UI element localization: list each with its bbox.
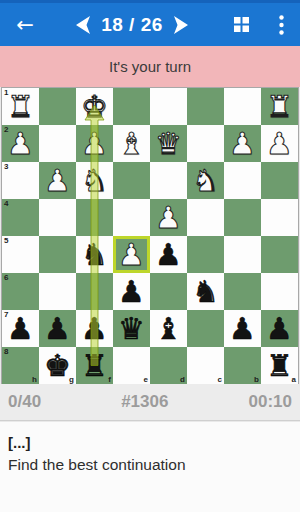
caption-area: [...] Find the best continuation bbox=[0, 422, 300, 512]
piece-black-queen: ♛ bbox=[118, 310, 145, 347]
square-b7[interactable]: ♟ bbox=[224, 310, 261, 347]
square-g2[interactable] bbox=[39, 125, 76, 162]
square-f6[interactable] bbox=[76, 273, 113, 310]
square-h1[interactable]: ♜1 bbox=[2, 88, 39, 125]
turn-banner: It's your turn bbox=[0, 46, 300, 87]
square-c8[interactable]: c bbox=[187, 347, 224, 384]
grid-icon bbox=[234, 17, 249, 32]
square-d8[interactable]: d bbox=[150, 347, 187, 384]
square-d1[interactable] bbox=[150, 88, 187, 125]
rank-label: 2 bbox=[4, 125, 8, 134]
square-f4[interactable] bbox=[76, 199, 113, 236]
square-h5[interactable]: 5 bbox=[2, 236, 39, 273]
square-f3[interactable]: ♞ bbox=[76, 162, 113, 199]
square-b8[interactable]: b bbox=[224, 347, 261, 384]
square-g1[interactable] bbox=[39, 88, 76, 125]
square-a6[interactable] bbox=[261, 273, 298, 310]
square-d3[interactable] bbox=[150, 162, 187, 199]
piece-white-pawn: ♟ bbox=[118, 236, 145, 273]
file-label: a bbox=[292, 375, 296, 384]
stats-bar: 0/40 #1306 00:10 bbox=[0, 384, 300, 421]
square-a7[interactable]: ♟ bbox=[261, 310, 298, 347]
square-c7[interactable] bbox=[187, 310, 224, 347]
square-b2[interactable]: ♟ bbox=[224, 125, 261, 162]
piece-white-pawn: ♟ bbox=[155, 199, 182, 236]
square-h4[interactable]: 4 bbox=[2, 199, 39, 236]
chess-board: ♜1♚♜♟2♟♝♛♟♟3♟♞♞4♟5♞♟♟6♟♞♟7♟♟♛♝♟♟8h♚g♜fed… bbox=[2, 88, 298, 384]
square-g6[interactable] bbox=[39, 273, 76, 310]
board-grid: ♜1♚♜♟2♟♝♛♟♟3♟♞♞4♟5♞♟♟6♟♞♟7♟♟♛♝♟♟8h♚g♜fed… bbox=[2, 88, 298, 384]
turn-banner-text: It's your turn bbox=[109, 58, 191, 75]
square-h2[interactable]: ♟2 bbox=[2, 125, 39, 162]
vertical-dots-icon bbox=[279, 15, 284, 35]
square-a1[interactable]: ♜ bbox=[261, 88, 298, 125]
square-e7[interactable]: ♛ bbox=[113, 310, 150, 347]
square-e2[interactable]: ♝ bbox=[113, 125, 150, 162]
rank-label: 8 bbox=[4, 347, 8, 356]
file-label: g bbox=[69, 375, 74, 384]
back-arrow-icon: ← bbox=[16, 13, 34, 37]
piece-white-pawn: ♟ bbox=[81, 125, 108, 162]
square-d6[interactable] bbox=[150, 273, 187, 310]
file-label: c bbox=[218, 375, 222, 384]
piece-white-rook: ♜ bbox=[266, 88, 293, 125]
piece-white-pawn: ♟ bbox=[266, 125, 293, 162]
square-c2[interactable] bbox=[187, 125, 224, 162]
piece-white-king: ♚ bbox=[81, 88, 108, 125]
piece-black-pawn: ♟ bbox=[7, 310, 34, 347]
instruction-text: Find the best continuation bbox=[8, 456, 292, 474]
chevron-left-icon bbox=[76, 16, 90, 34]
square-h8[interactable]: 8h bbox=[2, 347, 39, 384]
puzzle-navigation: 18 / 26 bbox=[74, 3, 190, 46]
piece-white-queen: ♛ bbox=[155, 125, 182, 162]
square-g7[interactable]: ♟ bbox=[39, 310, 76, 347]
square-b4[interactable] bbox=[224, 199, 261, 236]
square-h3[interactable]: 3 bbox=[2, 162, 39, 199]
piece-black-rook: ♜ bbox=[266, 347, 293, 384]
chevron-right-icon bbox=[174, 16, 188, 34]
square-f8[interactable]: ♜f bbox=[76, 347, 113, 384]
piece-black-knight: ♞ bbox=[81, 236, 108, 273]
file-label: d bbox=[180, 375, 185, 384]
puzzle-counter: 18 / 26 bbox=[101, 14, 163, 36]
file-label: b bbox=[254, 375, 259, 384]
next-puzzle-button[interactable] bbox=[172, 12, 190, 38]
square-g5[interactable] bbox=[39, 236, 76, 273]
piece-black-rook: ♜ bbox=[81, 347, 108, 384]
piece-black-pawn: ♟ bbox=[118, 273, 145, 310]
square-b5[interactable] bbox=[224, 236, 261, 273]
square-e1[interactable] bbox=[113, 88, 150, 125]
square-e4[interactable] bbox=[113, 199, 150, 236]
square-h6[interactable]: 6 bbox=[2, 273, 39, 310]
piece-black-king: ♚ bbox=[44, 347, 71, 384]
square-f5[interactable]: ♞ bbox=[76, 236, 113, 273]
square-d5[interactable]: ♟ bbox=[150, 236, 187, 273]
square-b3[interactable] bbox=[224, 162, 261, 199]
puzzle-number: #1306 bbox=[121, 392, 168, 412]
square-d7[interactable]: ♝ bbox=[150, 310, 187, 347]
toolbar: ← 18 / 26 bbox=[0, 0, 300, 46]
piece-white-rook: ♜ bbox=[7, 88, 34, 125]
piece-white-pawn: ♟ bbox=[44, 162, 71, 199]
file-label: e bbox=[144, 375, 148, 384]
square-d4[interactable]: ♟ bbox=[150, 199, 187, 236]
file-label: h bbox=[32, 375, 37, 384]
file-label: f bbox=[108, 375, 111, 384]
square-e8[interactable]: e bbox=[113, 347, 150, 384]
piece-black-bishop: ♝ bbox=[155, 310, 182, 347]
square-b6[interactable] bbox=[224, 273, 261, 310]
square-f7[interactable]: ♟ bbox=[76, 310, 113, 347]
square-b1[interactable] bbox=[224, 88, 261, 125]
back-button[interactable]: ← bbox=[8, 3, 42, 46]
piece-white-bishop: ♝ bbox=[118, 125, 145, 162]
square-a4[interactable] bbox=[261, 199, 298, 236]
square-c1[interactable] bbox=[187, 88, 224, 125]
square-g3[interactable]: ♟ bbox=[39, 162, 76, 199]
piece-white-pawn: ♟ bbox=[7, 125, 34, 162]
square-f2[interactable]: ♟ bbox=[76, 125, 113, 162]
piece-black-pawn: ♟ bbox=[266, 310, 293, 347]
piece-black-pawn: ♟ bbox=[44, 310, 71, 347]
rank-label: 3 bbox=[4, 162, 8, 171]
square-a3[interactable] bbox=[261, 162, 298, 199]
square-c6[interactable]: ♞ bbox=[187, 273, 224, 310]
piece-black-pawn: ♟ bbox=[81, 310, 108, 347]
square-c4[interactable] bbox=[187, 199, 224, 236]
app-screen: ← 18 / 26 It's your turn ♜1♚♜♟2♟♝♛♟♟ bbox=[0, 0, 300, 512]
square-d2[interactable]: ♛ bbox=[150, 125, 187, 162]
square-a2[interactable]: ♟ bbox=[261, 125, 298, 162]
rank-label: 4 bbox=[4, 199, 8, 208]
piece-white-knight: ♞ bbox=[81, 162, 108, 199]
square-e6[interactable]: ♟ bbox=[113, 273, 150, 310]
piece-black-pawn: ♟ bbox=[229, 310, 256, 347]
rank-label: 6 bbox=[4, 273, 8, 282]
piece-white-knight: ♞ bbox=[192, 162, 219, 199]
square-e3[interactable] bbox=[113, 162, 150, 199]
piece-white-pawn: ♟ bbox=[229, 125, 256, 162]
square-g4[interactable] bbox=[39, 199, 76, 236]
progress-counter: 0/40 bbox=[8, 392, 41, 412]
piece-black-knight: ♞ bbox=[192, 273, 219, 310]
square-f1[interactable]: ♚ bbox=[76, 88, 113, 125]
timer: 00:10 bbox=[249, 392, 292, 412]
square-c5[interactable] bbox=[187, 236, 224, 273]
previous-puzzle-button[interactable] bbox=[74, 12, 92, 38]
square-g8[interactable]: ♚g bbox=[39, 347, 76, 384]
square-e5[interactable]: ♟ bbox=[113, 236, 150, 273]
square-c3[interactable]: ♞ bbox=[187, 162, 224, 199]
square-a8[interactable]: ♜a bbox=[261, 347, 298, 384]
rank-label: 7 bbox=[4, 310, 8, 319]
moves-list: [...] bbox=[8, 434, 292, 451]
rank-label: 5 bbox=[4, 236, 8, 245]
square-a5[interactable] bbox=[261, 236, 298, 273]
piece-black-pawn: ♟ bbox=[155, 236, 182, 273]
puzzle-list-button[interactable] bbox=[226, 3, 256, 46]
square-h7[interactable]: ♟7 bbox=[2, 310, 39, 347]
overflow-menu-button[interactable] bbox=[268, 3, 294, 46]
rank-label: 1 bbox=[4, 88, 8, 97]
